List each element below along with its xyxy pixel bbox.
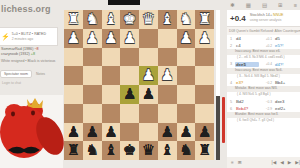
move-number: 6 [227,107,235,111]
square-h2[interactable]: ♟ [64,29,83,48]
black-move[interactable]: dxe3 [274,99,298,104]
square-h4[interactable] [64,66,83,85]
black-move[interactable]: e5?! [274,43,298,48]
square-f5[interactable] [102,85,121,104]
square-f8[interactable]: ♝ [102,141,121,160]
black-move[interactable]: d4?! [274,62,298,67]
white-rating-diff: −8 [34,47,38,51]
square-c4[interactable]: ♟ [158,66,177,85]
eval-number: +0.4 [230,14,246,23]
square-d6[interactable] [139,104,158,123]
black-rook: ♜ [195,141,214,160]
move-row: 3dxe5+0.4d4?! [227,61,300,68]
square-a8[interactable]: ♜ [195,141,214,160]
top-dark-strip [108,0,140,5]
square-f1[interactable]: ♝ [102,10,121,29]
white-pawn: ♟ [102,29,121,48]
move-row: 1d4+0.1d5 [227,35,300,42]
menu-icon[interactable]: ≡ [231,160,234,165]
black-pawn: ♟ [120,85,139,104]
game-info-card: ⚡ 5+0 • BLITZ • RATED 2 minutes ago [0,27,58,46]
white-move[interactable]: Bxb4? [235,106,259,111]
white-rook: ♜ [64,10,83,29]
first-move-icon[interactable]: |◀ [271,160,276,165]
book-icon[interactable]: ▤ [262,2,267,8]
square-g3[interactable] [83,48,102,67]
square-d7[interactable] [139,123,158,142]
square-a7[interactable]: ♟ [195,123,214,142]
square-b5[interactable] [177,85,196,104]
square-a1[interactable]: ♜ [195,10,214,29]
black-pawn: ♟ [158,123,177,142]
move-number: 3 [227,62,235,66]
chat-notice: Login to chat [2,81,21,85]
eval-header: +0.4 Stockfish 14+ NNUE using server ana… [227,10,300,27]
move-eval: +0.2 [259,44,274,48]
square-d4[interactable]: ♟ [139,66,158,85]
square-g8[interactable]: ♞ [83,141,102,160]
panel-scrollbar-thumb[interactable] [222,97,225,143]
game-time-ago: 2 minutes ago [12,37,46,42]
black-rating-diff: +8 [31,52,35,56]
white-move-current[interactable]: dxe5 [235,62,259,67]
square-h7[interactable]: ♟ [64,123,83,142]
square-h8[interactable]: ♜ [64,141,83,160]
square-a5[interactable] [195,85,214,104]
prev-move-icon[interactable]: ◀ [280,160,284,165]
square-b7[interactable]: ♟ [177,123,196,142]
move-row: 4e3?−0.2Bb4+ [227,79,300,86]
white-pawn: ♟ [120,29,139,48]
black-knight: ♞ [177,141,196,160]
move-number: 4 [227,81,235,85]
square-h5[interactable] [64,85,83,104]
black-rook: ♜ [64,141,83,160]
square-a2[interactable]: ♟ [195,29,214,48]
white-pawn: ♟ [139,66,158,85]
black-knight: ♞ [83,141,102,160]
square-d2[interactable] [139,29,158,48]
square-e8[interactable]: ♚ [120,141,139,160]
square-h3[interactable] [64,48,83,67]
variation-line[interactable]: ( 6. fxe3 Qh4+ 7. g3 Qe4 ) [227,118,300,124]
move-eval: −2.9 [259,107,274,111]
move-row: 5Bd2−0.3dxe3 [227,98,300,105]
white-bishop: ♝ [102,10,121,29]
blitz-icon: ⚡ [1,33,10,41]
lichess-wordmark[interactable]: lichess.org [1,4,51,14]
analysis-tool-icons: ✱▦▤⊞≡ [227,0,300,9]
move-row: 6Bxb4?−2.9exf2+ [227,105,300,112]
square-e1[interactable]: ♚ [120,10,139,29]
opening-name: D08 Queen's Gambit Refused: Albin Counte… [227,29,300,33]
eval-gauge [216,10,220,160]
square-d3[interactable] [139,48,158,67]
square-c6[interactable] [158,104,177,123]
black-move[interactable]: exf2+ [274,106,298,111]
black-bishop: ♝ [158,141,177,160]
opening-bar: D08 Queen's Gambit Refused: Albin Counte… [227,27,300,35]
move-eval: −0.2 [259,81,274,85]
chart-icon[interactable]: ▦ [246,2,251,8]
square-c5[interactable] [158,85,177,104]
square-b2[interactable]: ♟ [177,29,196,48]
white-queen: ♛ [139,10,158,29]
move-number: 5 [227,100,235,104]
board-gear-icon[interactable]: ⊞ [238,160,242,165]
engine-extra: NNUE [273,13,283,17]
tab-chat-room[interactable]: Spectator room [0,70,32,78]
square-a3[interactable] [195,48,214,67]
move-number: 2 [227,44,235,48]
square-g2[interactable]: ♟ [83,29,102,48]
square-f7[interactable]: ♟ [102,123,121,142]
square-b3[interactable] [177,48,196,67]
square-g1[interactable]: ♞ [83,10,102,29]
square-f4[interactable] [102,66,121,85]
analysis-controls: ≡⊞|◀◀▶▶| [227,157,300,168]
black-pawn: ♟ [195,123,214,142]
white-move[interactable]: c4 [235,43,259,48]
black-king: ♚ [120,141,139,160]
white-pawn: ♟ [64,29,83,48]
square-c1[interactable]: ♝ [158,10,177,29]
white-rook: ♜ [195,10,214,29]
black-pawn: ♟ [83,123,102,142]
engine-status: using server analysis [250,18,284,23]
square-b4[interactable] [177,66,196,85]
square-a6[interactable] [195,104,214,123]
square-a4[interactable] [195,66,214,85]
white-move[interactable]: e3? [235,80,259,85]
square-e3[interactable] [120,48,139,67]
square-f6[interactable] [102,104,121,123]
black-player[interactable]: crazynoob (1932) +8 [1,52,57,57]
white-pawn: ♟ [195,29,214,48]
square-g7[interactable]: ♟ [83,123,102,142]
white-knight: ♞ [177,10,196,29]
square-c8[interactable]: ♝ [158,141,177,160]
square-c7[interactable]: ♟ [158,123,177,142]
game-result-text: White resigned • Black is victorious [1,59,57,63]
move-eval: −0.3 [259,100,274,104]
move-row: 2c4+0.2e5?! [227,42,300,49]
black-pawn: ♟ [177,123,196,142]
white-move[interactable]: d4 [235,36,259,41]
square-f2[interactable]: ♟ [102,29,121,48]
black-move[interactable]: d5 [274,36,298,41]
white-pawn: ♟ [83,29,102,48]
square-e2[interactable]: ♟ [120,29,139,48]
white-pawn: ♟ [158,66,177,85]
square-h6[interactable] [64,104,83,123]
move-eval: +0.1 [259,37,274,41]
square-g4[interactable] [83,66,102,85]
black-pawn: ♟ [102,123,121,142]
gear-icon[interactable]: ⊞ [278,2,283,8]
white-knight: ♞ [83,10,102,29]
menu-icon[interactable]: ≡ [294,2,297,8]
chess-board[interactable]: ♜♞♝♚♛♝♞♜♟♟♟♟♟♟♟♟♟♟♟♟♟♟♟♟♜♞♝♚♛♝♞♜ [64,10,214,160]
move-list[interactable]: 1d4+0.1d52c4+0.2e5?!Inaccuracy. Best mov… [227,35,300,157]
black-pawn: ♟ [64,123,83,142]
square-b8[interactable]: ♞ [177,141,196,160]
players-block: SommarRad (1986) −8 crazynoob (1932) +8 [1,47,57,57]
square-g5[interactable] [83,85,102,104]
square-c2[interactable] [158,29,177,48]
move-eval: +0.4 [259,62,274,66]
microscope-icon[interactable]: ✱ [230,2,235,8]
last-move-icon[interactable]: ▶| [295,160,300,165]
black-queen: ♛ [139,141,158,160]
square-g6[interactable] [83,104,102,123]
eval-gauge-white-portion [216,10,220,96]
square-d8[interactable]: ♛ [139,141,158,160]
square-e5[interactable]: ♟ [120,85,139,104]
square-h1[interactable]: ♜ [64,10,83,29]
square-b1[interactable]: ♞ [177,10,196,29]
square-b6[interactable] [177,104,196,123]
black-move[interactable]: Bb4+ [274,80,298,85]
white-pawn: ♟ [177,29,196,48]
white-move[interactable]: Bd2 [235,99,259,104]
white-king: ♚ [120,10,139,29]
white-bishop: ♝ [158,10,177,29]
square-c3[interactable] [158,48,177,67]
chat-tabs: Spectator room Notes [0,69,57,78]
tab-notes[interactable]: Notes [36,72,45,76]
square-e6[interactable] [120,104,139,123]
black-pawn: ♟ [139,85,158,104]
square-d5[interactable]: ♟ [139,85,158,104]
next-move-icon[interactable]: ▶ [288,160,292,165]
black-bishop: ♝ [102,141,121,160]
frog-plush-mascot [0,98,66,168]
crown-icon [27,98,43,108]
square-e4[interactable] [120,66,139,85]
square-f3[interactable] [102,48,121,67]
move-number: 1 [227,37,235,41]
square-e7[interactable] [120,123,139,142]
square-d1[interactable]: ♛ [139,10,158,29]
